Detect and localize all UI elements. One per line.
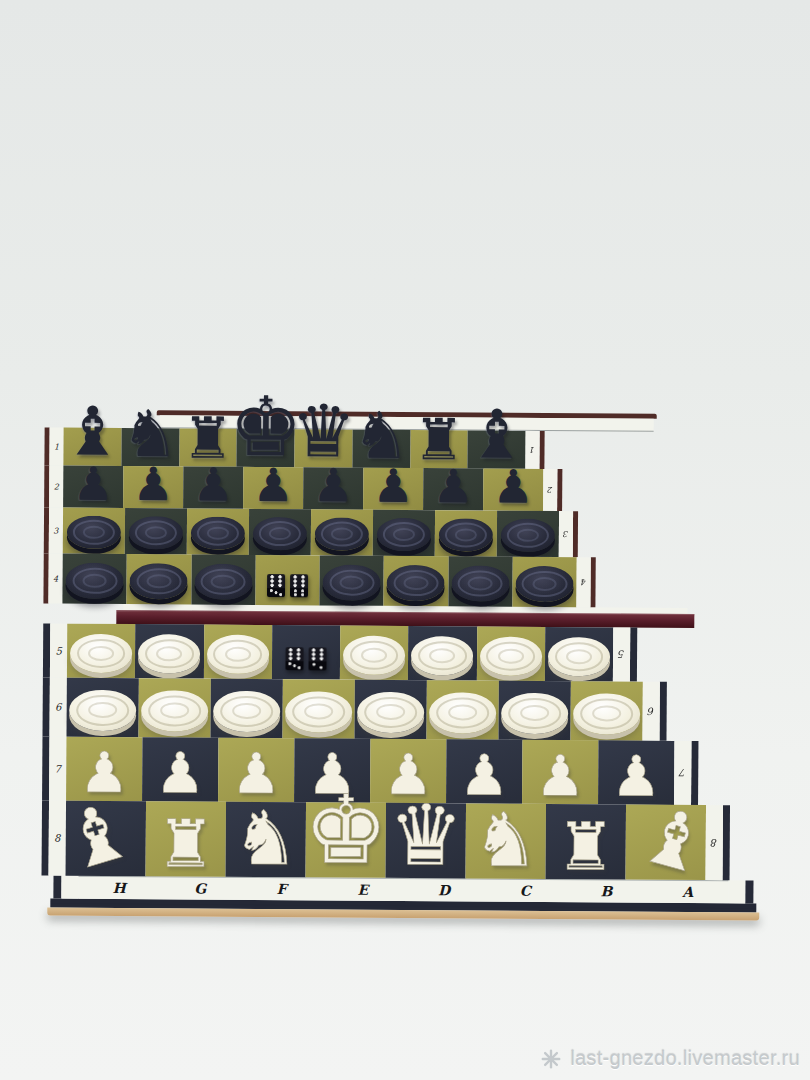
board-row-4: 44 [43,553,595,607]
board-edge [630,628,637,682]
white-checker [141,690,208,732]
file-labels: HGFEDCBA [78,876,728,904]
white-pawn-piece: ♟ [79,746,130,800]
white-checker [138,634,200,673]
file-label-f: F [241,878,322,901]
black-checker [323,564,381,600]
square-e3 [249,509,311,555]
board-edge [590,557,595,607]
die-top-face [308,648,326,662]
rank-label-mirrored-1: 1 [525,431,539,469]
white-pawn-piece: ♟ [383,748,434,802]
square-h4 [62,554,127,604]
square-c4 [384,556,449,606]
black-checker [439,518,493,552]
square-a3 [497,511,559,557]
square-c3 [373,510,435,556]
square-g8: ♜ [146,801,227,877]
square-d1: ♛ [294,429,352,467]
white-checker [70,634,132,673]
die-front-face [308,662,326,671]
square-b6 [498,681,570,741]
file-label-a: A [647,881,728,904]
square-f7: ♟ [218,738,294,803]
dice-pair-e5 [285,648,326,671]
file-label-g: G [160,877,241,900]
board-row-8: 8♝♜♞♚♛♞♜♝8 [42,800,731,880]
white-checker [69,689,136,731]
rank-label-6: 6 [49,678,66,737]
square-h6 [66,678,138,738]
black-checker [253,517,307,551]
square-b3 [435,510,497,556]
white-pawn-piece: ♟ [459,748,510,802]
board-edge [573,511,578,557]
black-checker [129,516,183,550]
black-queen-piece: ♛ [291,397,357,466]
rank-label-mirrored-7: 7 [674,741,691,805]
square-f1: ♜ [179,428,237,466]
square-e6 [282,679,354,739]
square-b2: ♟ [423,468,483,510]
square-b4 [448,556,513,606]
black-checker [501,519,555,553]
square-d3 [311,509,373,555]
square-c5 [408,626,477,680]
die-front-face [267,588,285,597]
board-row-2: 2♟♟♟♟♟♟♟♟2 [44,465,562,511]
black-checker [66,563,124,599]
square-g6 [138,678,210,738]
black-checker [377,518,431,552]
black-pawn-piece: ♟ [312,464,354,508]
die [290,574,308,597]
square-h7: ♟ [66,737,142,802]
square-g4 [127,554,192,604]
top-half-rows: 1♝♞♜♚♛♞♜♝12♟♟♟♟♟♟♟♟23344 [43,427,768,608]
white-checker [411,636,473,675]
die-front-face [285,662,303,671]
file-label-c: C [485,880,566,903]
border-corner [728,880,745,903]
board-row-6: 66 [42,677,666,740]
board-edge [539,431,544,469]
square-a6 [570,681,642,741]
square-e4 [255,555,320,605]
square-g2: ♟ [123,466,183,508]
square-d8: ♛ [386,803,467,879]
square-d2: ♟ [303,467,363,509]
board-row-1: 1♝♞♜♚♛♞♜♝1 [44,427,544,468]
die [308,648,326,671]
square-b8: ♜ [546,804,627,880]
square-f4 [191,555,256,605]
black-pawn-piece: ♟ [432,465,474,509]
black-checker [515,566,573,602]
black-pawn-piece: ♟ [492,466,534,510]
white-pawn-piece: ♟ [611,749,662,803]
rank-label-5: 5 [50,624,67,678]
file-label-d: D [403,879,484,902]
white-knight-piece: ♞ [232,804,299,875]
border-corner [61,876,78,899]
rank-label-mirrored-8: 8 [706,805,724,880]
board-row-7: 7♟♟♟♟♟♟♟♟7 [42,736,698,805]
die-top-face [267,574,285,588]
board-edge [53,876,61,899]
board-edge [723,805,731,880]
dice-pair-e4 [267,574,308,597]
rank-label-7: 7 [49,737,66,801]
square-e8: ♚ [306,802,387,878]
white-bishop-piece: ♝ [631,796,718,885]
black-checker [194,564,252,600]
square-d5 [340,626,409,680]
rosette-icon [540,1048,562,1070]
white-checker [285,691,352,733]
rank-label-mirrored-3: 3 [559,511,573,557]
square-b5 [476,627,545,681]
square-a2: ♟ [483,469,543,511]
white-pawn-piece: ♟ [155,746,206,800]
white-checker [480,637,542,676]
white-checker [213,690,280,732]
square-a4 [512,557,577,607]
rank-label-8: 8 [49,801,67,876]
black-bishop-piece: ♝ [62,401,123,465]
white-pawn-piece: ♟ [535,749,586,803]
white-checker [573,693,640,735]
rank-label-mirrored-2: 2 [543,469,557,511]
square-a5 [545,627,614,681]
die-top-face [290,574,308,588]
square-a1: ♝ [468,430,526,468]
black-pawn-piece: ♟ [252,464,294,508]
square-h2: ♟ [63,466,123,508]
white-checker [501,692,568,734]
file-labels-row: HGFEDCBA [53,876,753,904]
white-checker [548,637,610,676]
die-top-face [285,648,303,662]
die-front-face [290,588,308,597]
die [285,648,303,671]
square-c8: ♞ [466,803,547,879]
white-checker [207,635,269,674]
square-c6 [426,680,498,740]
black-pawn-piece: ♟ [372,465,414,509]
white-bishop-piece: ♝ [54,792,142,882]
square-f3 [187,508,249,554]
rank-label-2: 2 [49,466,63,508]
watermark-text: last-gnezdo.livemaster.ru [570,1047,800,1070]
white-pawn-piece: ♟ [231,747,282,801]
file-label-e: E [322,878,403,901]
square-f8: ♞ [226,802,307,878]
rank-label-4: 4 [48,554,62,604]
file-label-h: H [78,877,159,900]
chessboard: 1♝♞♜♚♛♞♜♝12♟♟♟♟♟♟♟♟23344 55667♟♟♟♟♟♟♟♟78… [41,409,769,920]
board-edge [659,682,666,741]
rank-label-3: 3 [49,508,63,554]
square-c2: ♟ [363,468,423,510]
black-checker [315,517,369,551]
square-c7: ♟ [446,739,522,804]
white-checker [357,691,424,733]
square-d4 [319,555,384,605]
black-pawn-piece: ♟ [132,463,174,507]
square-e1: ♚ [237,429,295,467]
square-h1: ♝ [63,428,121,466]
white-knight-piece: ♞ [472,805,539,876]
black-checker [387,565,445,601]
watermark: last-gnezdo.livemaster.ru [540,1047,800,1070]
board-edge [691,741,698,805]
square-b7: ♟ [522,740,598,805]
white-rook-piece: ♜ [156,812,215,874]
square-h3 [63,508,125,554]
square-e5 [272,625,341,679]
square-e7: ♟ [294,738,370,803]
board-edge [557,469,562,511]
board-row-3: 33 [44,507,578,557]
square-a8: ♝ [626,805,707,881]
black-pawn-piece: ♟ [72,463,114,507]
board-row-5: 55 [43,623,637,681]
square-g3 [125,508,187,554]
white-rook-piece: ♜ [556,815,615,877]
square-e2: ♟ [243,467,303,509]
white-queen-piece: ♛ [388,796,464,876]
rank-label-mirrored-4: 4 [576,557,590,607]
white-checker [343,636,405,675]
square-f2: ♟ [183,466,243,508]
square-g7: ♟ [142,737,218,802]
black-checker [451,565,509,601]
square-d6 [354,680,426,740]
white-pawn-piece: ♟ [307,747,358,801]
square-h5 [67,624,136,678]
square-f5 [203,625,272,679]
black-checker [191,516,245,550]
square-a7: ♟ [598,740,674,805]
black-checker [67,516,121,550]
rank-label-mirrored-6: 6 [642,682,659,741]
square-g5 [135,624,204,678]
rank-label-1: 1 [49,428,63,466]
square-c1: ♞ [352,430,410,468]
white-checker [429,692,496,734]
rank-label-mirrored-5: 5 [613,627,630,681]
board-edge [745,880,753,903]
square-b1: ♜ [410,430,468,468]
bottom-half-rows: 55667♟♟♟♟♟♟♟♟78♝♜♞♚♛♞♜♝8 [42,623,768,880]
die [267,574,285,597]
square-d7: ♟ [370,739,446,804]
file-label-b: B [566,880,647,903]
black-pawn-piece: ♟ [192,464,234,508]
square-g1: ♞ [121,428,179,466]
black-checker [130,563,188,599]
square-h8: ♝ [66,801,147,877]
square-f6 [210,679,282,739]
